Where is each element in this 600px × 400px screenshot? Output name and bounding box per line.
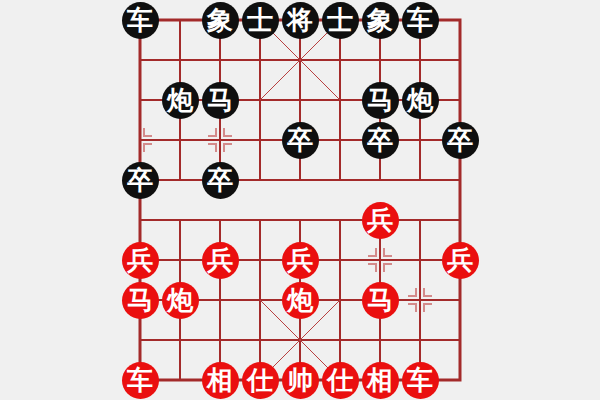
black-advisor[interactable]: 士: [242, 2, 279, 39]
board-point: 士: [320, 0, 360, 40]
black-elephant[interactable]: 象: [362, 2, 399, 39]
red-cannon[interactable]: 炮: [282, 282, 319, 319]
board-point: 炮: [400, 80, 440, 120]
board-point: 仕: [240, 360, 280, 400]
board-point: 仕: [320, 360, 360, 400]
board-point: 马: [360, 80, 400, 120]
board-point: 炮: [160, 280, 200, 320]
black-soldier[interactable]: 卒: [202, 162, 239, 199]
red-advisor[interactable]: 仕: [242, 362, 279, 399]
board-point: 将: [280, 0, 320, 40]
red-chariot[interactable]: 车: [122, 362, 159, 399]
board-point: 卒: [360, 120, 400, 160]
board-point: 象: [200, 0, 240, 40]
red-elephant[interactable]: 相: [202, 362, 239, 399]
black-soldier[interactable]: 卒: [362, 122, 399, 159]
red-soldier[interactable]: 兵: [362, 202, 399, 239]
black-advisor[interactable]: 士: [322, 2, 359, 39]
board-point: 车: [120, 0, 160, 40]
black-soldier[interactable]: 卒: [282, 122, 319, 159]
black-horse[interactable]: 马: [202, 82, 239, 119]
black-cannon[interactable]: 炮: [162, 82, 199, 119]
red-chariot[interactable]: 车: [402, 362, 439, 399]
black-elephant[interactable]: 象: [202, 2, 239, 39]
red-horse[interactable]: 马: [122, 282, 159, 319]
xiangqi-board: 车象士将士象车炮马马炮卒卒卒卒卒兵兵兵兵兵马炮炮马车相仕帅仕相车: [120, 0, 480, 400]
red-horse[interactable]: 马: [362, 282, 399, 319]
board-point: 相: [200, 360, 240, 400]
board-point: 象: [360, 0, 400, 40]
black-cannon[interactable]: 炮: [402, 82, 439, 119]
black-horse[interactable]: 马: [362, 82, 399, 119]
red-advisor[interactable]: 仕: [322, 362, 359, 399]
board-point: 兵: [280, 240, 320, 280]
board-point: 马: [360, 280, 400, 320]
red-soldier[interactable]: 兵: [122, 242, 159, 279]
board-point: 炮: [160, 80, 200, 120]
board-point: 兵: [120, 240, 160, 280]
board-point: 车: [400, 0, 440, 40]
red-soldier[interactable]: 兵: [442, 242, 479, 279]
black-soldier[interactable]: 卒: [442, 122, 479, 159]
board-point: 马: [120, 280, 160, 320]
board-point: 车: [400, 360, 440, 400]
board-point: 车: [120, 360, 160, 400]
black-chariot[interactable]: 车: [122, 2, 159, 39]
black-chariot[interactable]: 车: [402, 2, 439, 39]
board-point: 卒: [280, 120, 320, 160]
board-point: 卒: [200, 160, 240, 200]
board-point: 兵: [440, 240, 480, 280]
black-general[interactable]: 将: [282, 2, 319, 39]
red-elephant[interactable]: 相: [362, 362, 399, 399]
board-point: 卒: [440, 120, 480, 160]
red-general[interactable]: 帅: [282, 362, 319, 399]
board-point: 马: [200, 80, 240, 120]
black-soldier[interactable]: 卒: [122, 162, 159, 199]
red-cannon[interactable]: 炮: [162, 282, 199, 319]
board-point: 兵: [360, 200, 400, 240]
red-soldier[interactable]: 兵: [202, 242, 239, 279]
board-point: 帅: [280, 360, 320, 400]
board-point: 兵: [200, 240, 240, 280]
board-point: 卒: [120, 160, 160, 200]
board-point: 炮: [280, 280, 320, 320]
board-point: 士: [240, 0, 280, 40]
red-soldier[interactable]: 兵: [282, 242, 319, 279]
board-point: 相: [360, 360, 400, 400]
xiangqi-game-screen: 车象士将士象车炮马马炮卒卒卒卒卒兵兵兵兵兵马炮炮马车相仕帅仕相车: [0, 0, 600, 400]
